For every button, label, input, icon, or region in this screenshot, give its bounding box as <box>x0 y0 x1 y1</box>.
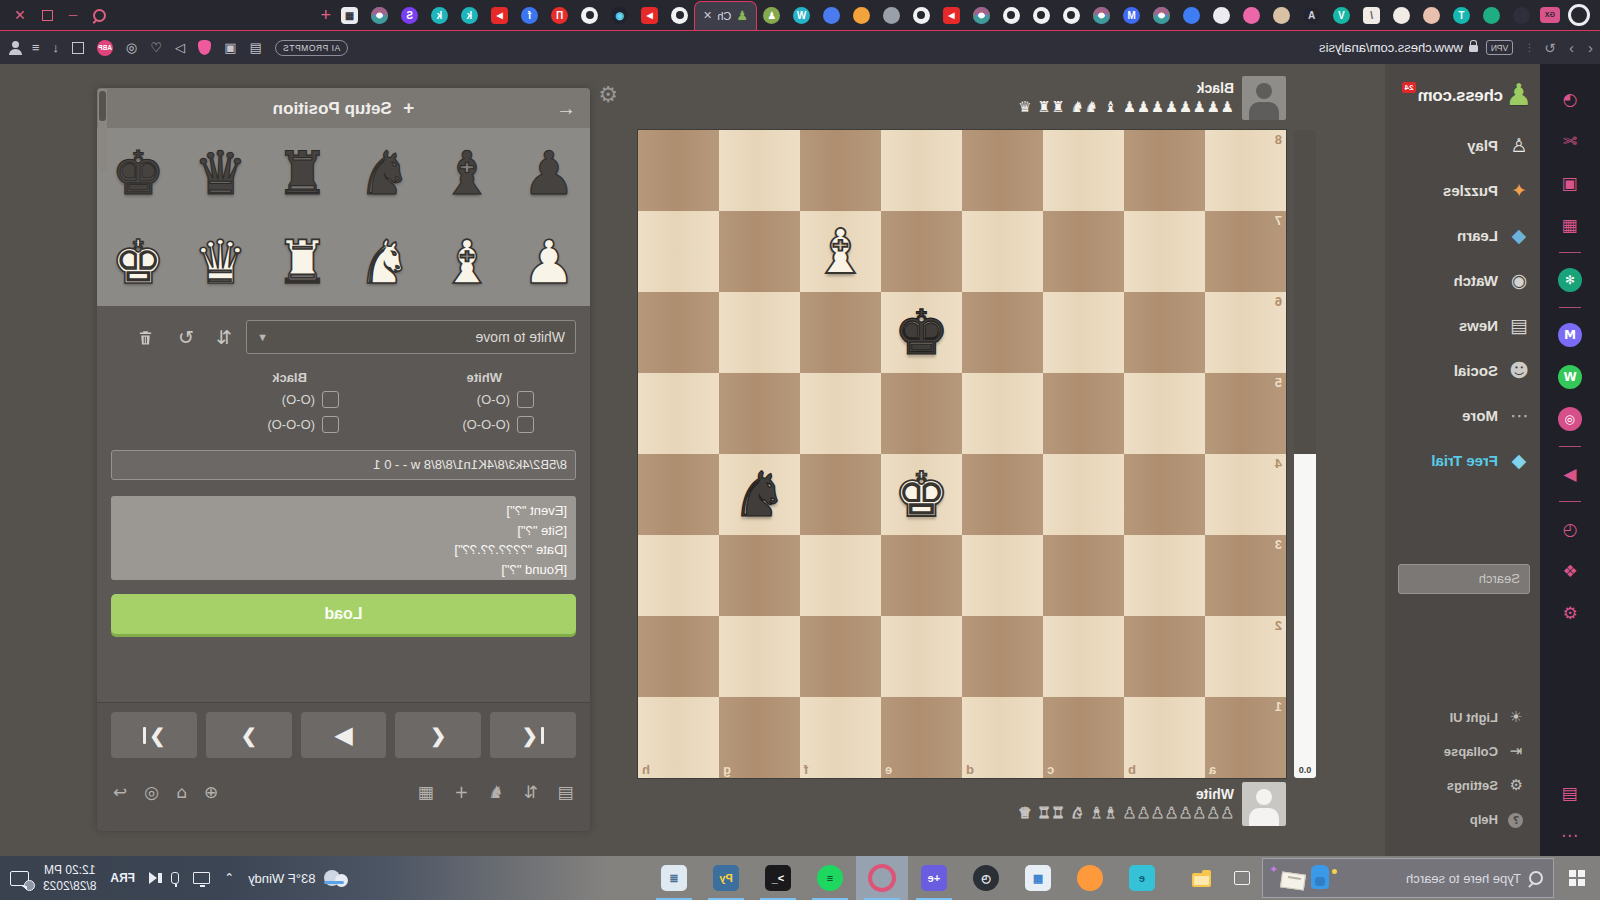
castling-black-label: Black <box>272 370 307 385</box>
square-g8[interactable] <box>719 130 800 211</box>
player-icon[interactable]: ▶ <box>1554 458 1586 490</box>
extension-cube-icon[interactable] <box>72 42 84 54</box>
taskbar-app-python[interactable]: Py <box>700 856 752 900</box>
pieces-icon[interactable]: ♞ <box>488 782 503 802</box>
square-e5[interactable] <box>881 373 962 454</box>
square-h6[interactable] <box>638 292 719 373</box>
pinned-tab[interactable]: M <box>1123 7 1140 24</box>
square-e7[interactable] <box>881 211 962 292</box>
square-e8[interactable] <box>881 130 962 211</box>
pinned-tab[interactable] <box>671 7 688 24</box>
square-d6[interactable] <box>962 292 1043 373</box>
pinned-tabs-group: T/VAM▶W♟ <box>763 7 1530 24</box>
settings-icon[interactable]: ⚙ <box>1554 597 1586 629</box>
chess-board[interactable]: 87♝6♚54♚♞321abcdefgh <box>638 130 1286 778</box>
square-d2[interactable] <box>962 616 1043 697</box>
square-a1[interactable]: 1a <box>1205 697 1286 778</box>
white-captured-pieces: ♟♟♟♟♟♟♟♟ ♝♝ ♞ ♜♜ ♛ <box>1018 804 1234 822</box>
sidebar-item-play[interactable]: ♙Play <box>1385 126 1540 164</box>
square-c5[interactable] <box>1043 373 1124 454</box>
light-ui-icon: ☀ <box>1504 708 1528 726</box>
panel-tools-left: ▤⇅♞+▦ <box>418 782 574 802</box>
sidebar-footer-label: Collapse <box>1444 744 1498 759</box>
system-tray: 83°F Windy ⌃ FRA 12:20 PM 8/28/2023 <box>0 862 348 894</box>
square-f1[interactable]: f <box>800 697 881 778</box>
square-f6[interactable] <box>800 292 881 373</box>
forward-button[interactable]: › <box>1569 39 1574 56</box>
sidebar-item-label: Social <box>1454 362 1498 379</box>
messenger-icon[interactable]: M <box>1554 319 1586 351</box>
puzzles-icon: ✦ <box>1506 179 1532 201</box>
chatgpt-icon[interactable]: ✻ <box>1554 264 1586 296</box>
pinned-tab[interactable] <box>1393 7 1410 24</box>
square-b6[interactable] <box>1124 292 1205 373</box>
ai-chip-icon[interactable]: ▦ <box>1554 209 1586 241</box>
square-a4[interactable]: 4 <box>1205 454 1286 535</box>
move-navigation-row: ❮❮▶❯❯ <box>111 712 576 758</box>
palette-white-pawn[interactable]: ♟ <box>508 217 590 306</box>
taskbar-search-box[interactable]: Type here to search ✦ <box>1262 858 1554 898</box>
gx-corner-button[interactable]: GX <box>1540 7 1560 23</box>
sidebar-footer-settings[interactable]: ⚙Settings <box>1385 770 1540 800</box>
square-h1[interactable]: h <box>638 697 719 778</box>
reload-button[interactable]: ↻ <box>1544 40 1556 56</box>
pinned-tabs-group: ▶◉Пf▶kkS▦ <box>341 7 688 24</box>
pinned-tab[interactable]: ▦ <box>341 7 358 24</box>
pinned-tab[interactable]: ◉ <box>611 7 628 24</box>
rank-label: 8 <box>1275 132 1282 147</box>
pinned-tab[interactable] <box>1243 7 1260 24</box>
black-knight-g4[interactable]: ♞ <box>719 454 800 535</box>
load-button[interactable]: Load <box>111 594 576 634</box>
learn-icon: ◆ <box>1506 224 1532 246</box>
pinned-tab[interactable]: ♟ <box>763 7 780 24</box>
taskbar-app-notepad[interactable]: ≣ <box>648 856 700 900</box>
file-label: b <box>1128 762 1136 777</box>
pinned-tab[interactable] <box>1423 7 1440 24</box>
sidebar-footer-label: Light UI <box>1450 710 1498 725</box>
pinned-tab[interactable] <box>1003 7 1020 24</box>
palette-black-king[interactable]: ♚ <box>97 128 179 217</box>
black-queenside-checkbox[interactable] <box>322 416 339 433</box>
reset-board-icon[interactable]: ↻ <box>178 326 194 348</box>
pinned-tab[interactable] <box>1183 7 1200 24</box>
square-d7[interactable] <box>962 211 1043 292</box>
pinned-tab[interactable]: П <box>551 7 568 24</box>
board-options-icon[interactable]: ▦ <box>418 782 434 802</box>
notification-center-icon[interactable] <box>10 871 29 886</box>
sidebar-divider <box>1559 307 1581 308</box>
pinned-tab[interactable] <box>1513 7 1530 24</box>
taskbar-app-opera-gx[interactable] <box>856 856 908 900</box>
square-b3[interactable] <box>1124 535 1205 616</box>
square-d8[interactable] <box>962 130 1043 211</box>
history-icon[interactable]: ◷ <box>1554 513 1586 545</box>
pinned-tab[interactable]: V <box>1333 7 1350 24</box>
white-player-name: White <box>1196 786 1234 802</box>
palette-white-king[interactable]: ♚ <box>97 217 179 306</box>
panel-tools-right: ⊕⌂◎↪ <box>113 782 218 802</box>
square-g6[interactable] <box>719 292 800 373</box>
taskbar-weather[interactable]: 83°F Windy <box>248 869 348 887</box>
square-c8[interactable] <box>1043 130 1124 211</box>
square-b7[interactable] <box>1124 211 1205 292</box>
piece-palette: ♟♝♞♜♛♚♟♝♞♜♛♚ <box>97 128 590 306</box>
square-b1[interactable]: b <box>1124 697 1205 778</box>
lock-icon <box>1469 45 1478 52</box>
square-f2[interactable] <box>800 616 881 697</box>
pinned-tab[interactable] <box>1153 7 1170 24</box>
white-kingside-checkbox[interactable] <box>517 391 534 408</box>
palette-black-queen[interactable]: ♛ <box>179 128 261 217</box>
flip-colors-icon[interactable]: ⇅ <box>216 326 232 348</box>
black-kingside-checkbox[interactable] <box>322 391 339 408</box>
pinned-tab[interactable] <box>973 7 990 24</box>
white-player-avatar[interactable] <box>1242 782 1286 826</box>
rank-label: 1 <box>1275 699 1282 714</box>
castling-white-label: White <box>467 370 502 385</box>
speaker-icon[interactable] <box>149 872 157 884</box>
hidden-icons-chevron[interactable]: ⌃ <box>224 871 234 885</box>
crosshair-extension-icon[interactable]: ◎ <box>126 40 137 55</box>
separator-dots: ⋮ <box>1523 42 1534 53</box>
easy-setup-icon[interactable]: ≡ <box>32 40 40 55</box>
square-b2[interactable] <box>1124 616 1205 697</box>
palette-black-bishop[interactable]: ♝ <box>426 128 508 217</box>
collapse-icon: ⇤ <box>1504 742 1528 760</box>
restore-button[interactable] <box>42 10 53 21</box>
purple-app-icon: +e <box>921 865 947 891</box>
watch-icon: ◉ <box>1506 269 1532 291</box>
square-d1[interactable]: d <box>962 697 1043 778</box>
square-e3[interactable] <box>881 535 962 616</box>
date-text: 8/28/2023 <box>43 878 96 894</box>
pgn-textarea[interactable]: [Event "?"] [Site "?"] [Date "????.??.??… <box>111 496 576 580</box>
square-c1[interactable]: c <box>1043 697 1124 778</box>
share-icon[interactable]: ↪ <box>113 782 127 802</box>
sidebar-search-input[interactable]: Search <box>1398 564 1530 594</box>
nav-end-button[interactable]: ❯ <box>111 712 197 758</box>
pinned-tab[interactable] <box>883 7 900 24</box>
white-bishop-f7[interactable]: ♝ <box>800 211 881 292</box>
social-icon: ☻ <box>1506 359 1532 381</box>
vpn-badge[interactable]: VPN <box>1486 40 1513 55</box>
white-kingside-label: (O-O) <box>477 392 510 407</box>
square-c4[interactable] <box>1043 454 1124 535</box>
taskbar-search-placeholder: Type here to search <box>1406 871 1521 886</box>
nav-back-button[interactable]: ❮ <box>395 712 481 758</box>
whatsapp-icon[interactable]: W <box>1554 361 1586 393</box>
sidebar-footer-help[interactable]: ?Help <box>1385 804 1540 834</box>
square-h8[interactable] <box>638 130 719 211</box>
sidebar-item-watch[interactable]: ◉Watch <box>1385 261 1540 299</box>
new-tab-button[interactable]: + <box>321 5 332 26</box>
play-icon: ♙ <box>1506 134 1532 156</box>
sidebar-item-learn[interactable]: ◆Learn <box>1385 216 1540 254</box>
sidebar-footer-collapse[interactable]: ⇤Collapse <box>1385 736 1540 766</box>
panel-title: Setup Position <box>273 99 392 118</box>
panel-header: ← + Setup Position <box>97 88 590 128</box>
search-icon <box>1529 871 1543 885</box>
back-button[interactable]: ‹ <box>1588 39 1593 56</box>
palette-black-knight[interactable]: ♞ <box>344 128 426 217</box>
pinned-tab[interactable] <box>1483 7 1500 24</box>
page-tools-icon[interactable]: ▤ <box>249 40 261 55</box>
square-e4[interactable]: ♚ <box>881 454 962 535</box>
nav-start-button[interactable]: ❮ <box>490 712 576 758</box>
square-h3[interactable] <box>638 535 719 616</box>
ai-prompts-button[interactable]: AI PROMPTS <box>275 40 348 56</box>
settings-icon: ⚙ <box>1504 776 1528 794</box>
snapshot-camera-icon[interactable]: ▣ <box>224 40 236 55</box>
nav-forward-button[interactable]: ❯ <box>206 712 292 758</box>
square-h4[interactable] <box>638 454 719 535</box>
square-c6[interactable] <box>1043 292 1124 373</box>
pinned-tab[interactable] <box>1273 7 1290 24</box>
chesscom-favicon: ♟ <box>736 8 748 23</box>
sidebar-footer-label: Help <box>1470 812 1498 827</box>
sidebar-item-label: Free Trial <box>1431 452 1498 469</box>
square-b8[interactable] <box>1124 130 1205 211</box>
profile-icon[interactable] <box>12 41 19 48</box>
edge-icon: e <box>1129 865 1155 891</box>
square-g2[interactable] <box>719 616 800 697</box>
twitch-icon[interactable]: ▣ <box>1554 167 1586 199</box>
pinned-tab[interactable]: ▶ <box>943 7 960 24</box>
board-settings-gear-icon[interactable]: ⚙ <box>598 82 618 107</box>
square-h2[interactable] <box>638 616 719 697</box>
file-label: d <box>966 762 974 777</box>
pinned-tab[interactable] <box>913 7 930 24</box>
gx-corner-icon[interactable]: ◔ <box>1554 83 1586 115</box>
pinned-tab[interactable] <box>1093 7 1110 24</box>
pinned-tab[interactable]: ▶ <box>491 7 508 24</box>
extensions-icon[interactable]: ❖ <box>1554 555 1586 587</box>
pinned-tab[interactable]: f <box>521 7 538 24</box>
shield-extension-icon[interactable] <box>198 40 211 55</box>
browser-tab-bar: GX T/VAM▶W♟ ♟ Ch ✕ ▶◉Пf▶kkS▦ + ─ ✕ <box>0 0 1600 31</box>
pinned-tab[interactable] <box>1033 7 1050 24</box>
palette-white-bishop[interactable]: ♝ <box>426 217 508 306</box>
pgn-scrollbar[interactable] <box>98 89 107 171</box>
close-button[interactable]: ✕ <box>14 7 26 23</box>
cleaner-icon[interactable]: ✄ <box>1554 125 1586 157</box>
taskbar-app-cmd[interactable]: >_ <box>752 856 804 900</box>
weather-icon <box>322 869 348 887</box>
url-text[interactable]: www.chess.com/analysis <box>1319 40 1463 55</box>
clock-app-icon: ◷ <box>973 865 999 891</box>
square-b5[interactable] <box>1124 373 1205 454</box>
notepad-icon: ≣ <box>661 865 687 891</box>
square-g1[interactable]: g <box>719 697 800 778</box>
square-f8[interactable] <box>800 130 881 211</box>
sidebar-item-label: Play <box>1467 137 1498 154</box>
square-e1[interactable]: e <box>881 697 962 778</box>
square-d5[interactable] <box>962 373 1043 454</box>
minimize-button[interactable]: ─ <box>69 8 78 22</box>
setup-position-panel: ← + Setup Position ♟♝♞♜♛♚♟♝♞♜♛♚ White to… <box>97 88 590 830</box>
microphone-icon[interactable] <box>171 872 179 884</box>
news-icon: ▤ <box>1506 314 1532 336</box>
pinned-tab[interactable]: S <box>401 7 418 24</box>
fen-input[interactable]: 8/5B2/4k3/8/4K1n1/8/8/8 w - - 0 1 <box>111 450 576 480</box>
sidebar-item-label: Puzzles <box>1443 182 1498 199</box>
adblock-plus-icon[interactable]: ABP <box>97 40 113 56</box>
file-label: a <box>1209 762 1216 777</box>
nav-play-button[interactable]: ▶ <box>301 712 387 758</box>
task-view-button[interactable] <box>1222 856 1262 900</box>
start-button[interactable] <box>1554 856 1600 900</box>
taskbar-apps: e▦◷+e≡>_Py≣ <box>648 856 1168 900</box>
weather-text: 83°F Windy <box>248 871 315 886</box>
palette-white-knight[interactable]: ♞ <box>344 217 426 306</box>
snapshot-icon[interactable]: ▤ <box>1554 777 1586 809</box>
square-c2[interactable] <box>1043 616 1124 697</box>
black-player-avatar[interactable] <box>1242 76 1286 120</box>
square-d3[interactable] <box>962 535 1043 616</box>
rank-label: 5 <box>1275 375 1282 390</box>
explorer-search-icon[interactable]: ⊕ <box>204 782 218 802</box>
rank-label: 2 <box>1275 618 1282 633</box>
square-c7[interactable] <box>1043 211 1124 292</box>
black-queenside-label: (O-O-O) <box>267 417 315 432</box>
sidebar-item-label: News <box>1459 317 1498 334</box>
square-e6[interactable]: ♚ <box>881 292 962 373</box>
square-c3[interactable] <box>1043 535 1124 616</box>
pinned-tab[interactable] <box>1213 7 1230 24</box>
sidebar-footer-label: Settings <box>1447 778 1498 793</box>
palette-black-pawn[interactable]: ♟ <box>508 128 590 217</box>
palette-white-rook[interactable]: ♜ <box>261 217 343 306</box>
taskbar-clock[interactable]: 12:20 PM 8/28/2023 <box>43 862 96 894</box>
search-box-illustration: ✦ <box>1267 863 1331 895</box>
active-tab-chesscom[interactable]: ♟ Ch ✕ <box>694 1 757 30</box>
pinned-tab[interactable]: k <box>461 7 478 24</box>
pinned-tab[interactable] <box>581 7 598 24</box>
opera-gx-sidebar: ◔✄▣▦✻MW◎▶◷❖⚙▤⋯ <box>1540 64 1600 856</box>
windows-taskbar: Type here to search ✦ e▦◷+e≡>_Py≣ 83°F W… <box>0 856 1600 900</box>
chesscom-logo-text: chess.com <box>1418 86 1503 106</box>
square-a6[interactable]: 6 <box>1205 292 1286 373</box>
file-explorer-button[interactable] <box>1182 856 1222 900</box>
openings-book-icon[interactable]: ⌂ <box>176 782 187 802</box>
square-a3[interactable]: 3 <box>1205 535 1286 616</box>
sidebar-item-social[interactable]: ☻Social <box>1385 351 1540 389</box>
taskbar-app-store[interactable]: ▦ <box>1012 856 1064 900</box>
square-a5[interactable]: 5 <box>1205 373 1286 454</box>
square-g3[interactable] <box>719 535 800 616</box>
pinned-tab[interactable]: ▶ <box>641 7 658 24</box>
tab-close-icon[interactable]: ✕ <box>703 9 712 22</box>
pinned-tab[interactable] <box>853 7 870 24</box>
evaluation-bar: 0.0 <box>1294 130 1316 778</box>
firefox-icon <box>1077 865 1103 891</box>
downloads-icon[interactable]: ↓ <box>53 40 60 55</box>
pinned-tab[interactable]: A <box>1303 7 1320 24</box>
instagram-icon[interactable]: ◎ <box>1554 403 1586 435</box>
more-icon[interactable]: ⋯ <box>1554 819 1586 851</box>
sidebar-item-label: Watch <box>1454 272 1498 289</box>
opera-gx-icon <box>868 864 896 892</box>
black-king-e6[interactable]: ♚ <box>881 292 962 373</box>
taskbar-app-firefox[interactable] <box>1064 856 1116 900</box>
time-text: 12:20 PM <box>43 862 96 878</box>
sidebar-divider <box>1559 446 1581 447</box>
palette-white-queen[interactable]: ♛ <box>179 217 261 306</box>
pinned-tab[interactable]: T <box>1453 7 1470 24</box>
bookmark-heart-icon[interactable]: ♡ <box>150 40 162 55</box>
pinned-tab[interactable] <box>1063 7 1080 24</box>
turn-dropdown[interactable]: White to move ▼ <box>246 320 576 354</box>
pinned-tab[interactable] <box>371 7 388 24</box>
square-h7[interactable] <box>638 211 719 292</box>
square-a2[interactable]: 2 <box>1205 616 1286 697</box>
palette-black-rook[interactable]: ♜ <box>261 128 343 217</box>
square-h5[interactable] <box>638 373 719 454</box>
white-queenside-label: (O-O-O) <box>462 417 510 432</box>
sidebar-item-more[interactable]: ⋯More <box>1385 396 1540 434</box>
opera-menu-button[interactable] <box>1568 4 1590 26</box>
chevron-down-icon: ▼ <box>257 331 268 343</box>
white-king-e4[interactable]: ♚ <box>881 454 962 535</box>
back-arrow-icon[interactable]: ← <box>556 97 576 120</box>
taskbar-app-purple-app[interactable]: +e <box>908 856 960 900</box>
clear-board-trash-icon[interactable] <box>137 328 154 350</box>
chesscom-logo[interactable]: ♟ chess.com 24 <box>1402 80 1532 110</box>
square-g5[interactable] <box>719 373 800 454</box>
sidebar-item-free-trial[interactable]: ◆Free Trial <box>1385 441 1540 479</box>
sidebar-item-puzzles[interactable]: ✦Puzzles <box>1385 171 1540 209</box>
square-f4[interactable] <box>800 454 881 535</box>
file-label: c <box>1047 762 1054 777</box>
pinned-tab[interactable]: W <box>793 7 810 24</box>
taskbar-app-edge[interactable]: e <box>1116 856 1168 900</box>
add-icon[interactable]: + <box>454 782 468 802</box>
square-e2[interactable] <box>881 616 962 697</box>
square-b4[interactable] <box>1124 454 1205 535</box>
network-display-icon[interactable] <box>193 872 210 884</box>
taskbar-app-clock-app[interactable]: ◷ <box>960 856 1012 900</box>
flip-board-icon[interactable]: ⇅ <box>524 782 538 802</box>
square-f3[interactable] <box>800 535 881 616</box>
white-queenside-checkbox[interactable] <box>517 416 534 433</box>
square-g7[interactable] <box>719 211 800 292</box>
tab-search-icon[interactable] <box>93 9 106 22</box>
sidebar-footer-light-ui[interactable]: ☀Light UI <box>1385 702 1540 732</box>
taskbar-app-spotify[interactable]: ≡ <box>804 856 856 900</box>
square-a7[interactable]: 7 <box>1205 211 1286 292</box>
square-f7[interactable]: ♝ <box>800 211 881 292</box>
file-label: h <box>642 762 650 777</box>
file-label: g <box>723 762 731 777</box>
practice-icon[interactable]: ◎ <box>144 782 159 802</box>
chesscom-sidebar: ♟ chess.com 24 ♙Play✦Puzzles◆Learn◉Watch… <box>1385 64 1540 856</box>
pinned-tab[interactable]: / <box>1363 7 1380 24</box>
evaluation-bar-white-half <box>1294 454 1316 778</box>
pinned-tab[interactable]: k <box>431 7 448 24</box>
square-a8[interactable]: 8 <box>1205 130 1286 211</box>
sidebar-divider <box>1559 252 1581 253</box>
pinned-tab[interactable] <box>823 7 840 24</box>
square-f5[interactable] <box>800 373 881 454</box>
moves-list-icon[interactable]: ▤ <box>558 782 574 802</box>
square-d4[interactable] <box>962 454 1043 535</box>
language-indicator[interactable]: FRA <box>110 871 135 885</box>
send-to-device-icon[interactable]: ▷ <box>175 40 185 55</box>
square-g4[interactable]: ♞ <box>719 454 800 535</box>
evaluation-value: 0.0 <box>1294 765 1316 775</box>
sidebar-item-news[interactable]: ▤News <box>1385 306 1540 344</box>
